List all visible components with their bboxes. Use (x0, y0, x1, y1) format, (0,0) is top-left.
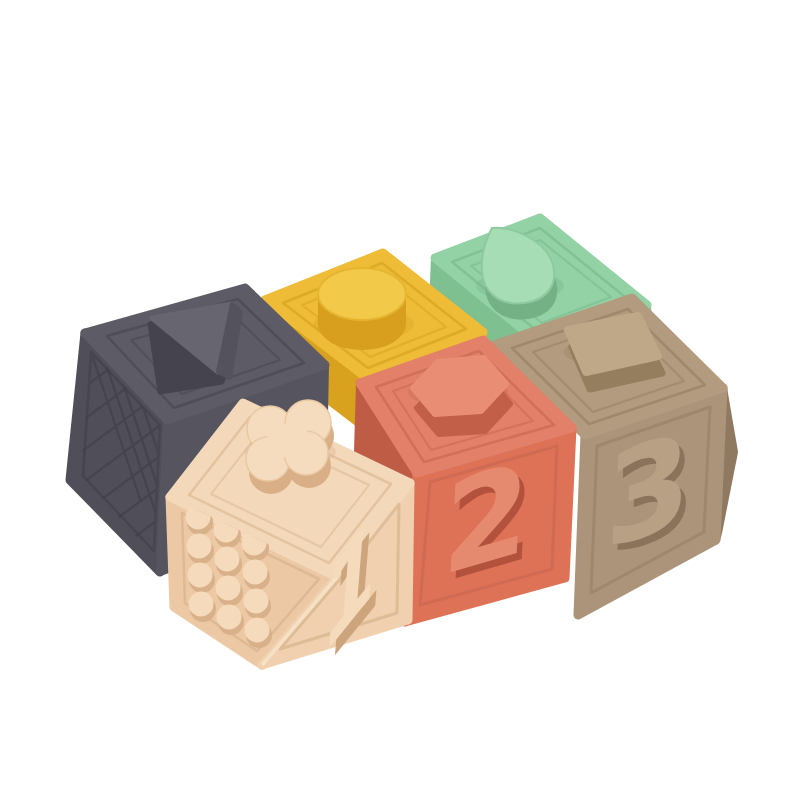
cylinder-knob-icon (318, 268, 406, 320)
flower-knob-icon (246, 400, 331, 481)
blocks-scene: 3 3 2 2 (0, 0, 800, 800)
product-photo-stage: 3 3 2 2 (0, 0, 800, 800)
number-3-embossed: 3 (604, 402, 693, 579)
number-2-embossed: 2 (439, 433, 533, 605)
